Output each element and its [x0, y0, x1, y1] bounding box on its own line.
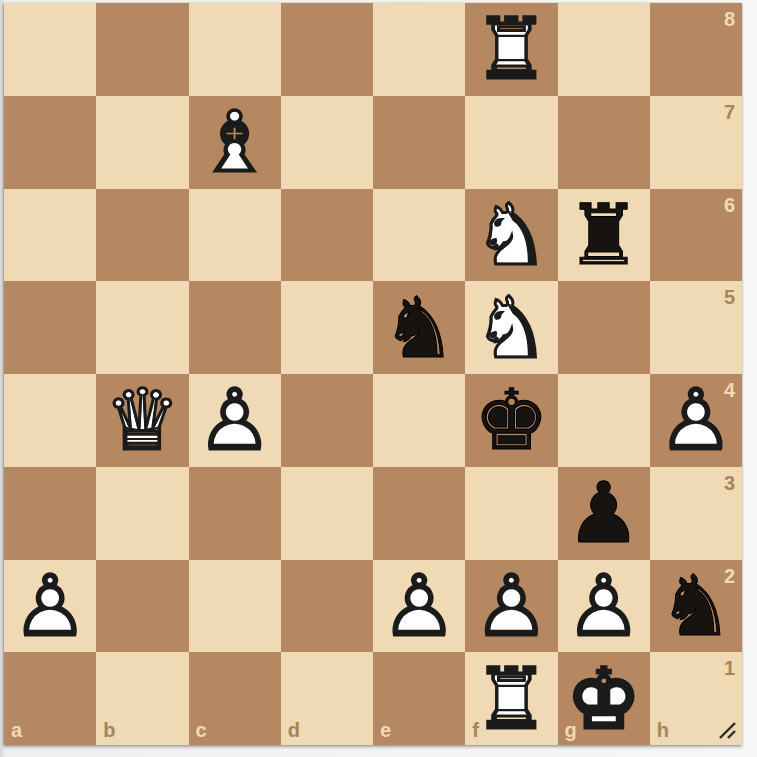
white-pawn-glyph: ♙ — [650, 374, 742, 466]
rank-label-8: 8 — [724, 9, 735, 29]
square-h3[interactable]: 3 — [650, 467, 742, 560]
white-pawn[interactable]: ♟♙ — [189, 374, 281, 466]
board-resize-handle-icon[interactable] — [717, 720, 737, 740]
square-b1[interactable]: b — [96, 652, 188, 745]
black-knight-glyph: ♞ — [373, 282, 465, 374]
square-f8[interactable]: ♜♖ — [465, 3, 557, 96]
square-d5[interactable] — [281, 281, 373, 374]
square-c3[interactable] — [189, 467, 281, 560]
square-h7[interactable]: 7 — [650, 96, 742, 189]
square-b2[interactable] — [96, 560, 188, 653]
white-queen-glyph: ♕ — [96, 374, 188, 466]
square-a7[interactable] — [4, 96, 96, 189]
white-king[interactable]: ♚♔ — [558, 653, 650, 745]
file-label-h: h — [657, 720, 669, 740]
square-a1[interactable]: a — [4, 652, 96, 745]
square-g6[interactable]: ♜ — [558, 189, 650, 282]
white-rook[interactable]: ♜♖ — [465, 3, 557, 95]
white-pawn[interactable]: ♟♙ — [465, 560, 557, 652]
white-queen[interactable]: ♛♕ — [96, 374, 188, 466]
chess-board: ♜♖8♝♗7♞♘♜6♞♞♘5♛♕♟♙♚4♟♙♟3♟♙♟♙♟♙♟♙2♞abcdef… — [4, 3, 742, 745]
square-a5[interactable] — [4, 281, 96, 374]
square-d6[interactable] — [281, 189, 373, 282]
square-d1[interactable]: d — [281, 652, 373, 745]
black-king[interactable]: ♚ — [465, 374, 557, 466]
square-c2[interactable] — [189, 560, 281, 653]
square-f1[interactable]: f♜♖ — [465, 652, 557, 745]
square-a8[interactable] — [4, 3, 96, 96]
square-h2[interactable]: 2♞ — [650, 560, 742, 653]
black-rook-glyph: ♜ — [558, 189, 650, 281]
square-a6[interactable] — [4, 189, 96, 282]
white-pawn[interactable]: ♟♙ — [650, 374, 742, 466]
square-h6[interactable]: 6 — [650, 189, 742, 282]
file-label-e: e — [380, 720, 391, 740]
square-g1[interactable]: g♚♔ — [558, 652, 650, 745]
file-label-c: c — [196, 720, 207, 740]
rank-label-3: 3 — [724, 473, 735, 493]
square-g3[interactable]: ♟ — [558, 467, 650, 560]
white-knight-glyph: ♘ — [465, 189, 557, 281]
square-b6[interactable] — [96, 189, 188, 282]
square-e4[interactable] — [373, 374, 465, 467]
white-bishop-glyph: ♗ — [189, 96, 281, 188]
rank-label-5: 5 — [724, 287, 735, 307]
square-b5[interactable] — [96, 281, 188, 374]
black-pawn-glyph: ♟ — [558, 467, 650, 559]
white-knight-glyph: ♘ — [465, 282, 557, 374]
square-c8[interactable] — [189, 3, 281, 96]
square-e6[interactable] — [373, 189, 465, 282]
square-h1[interactable]: 1h — [650, 652, 742, 745]
white-bishop[interactable]: ♝♗ — [189, 96, 281, 188]
square-d7[interactable] — [281, 96, 373, 189]
square-e8[interactable] — [373, 3, 465, 96]
square-b8[interactable] — [96, 3, 188, 96]
square-d3[interactable] — [281, 467, 373, 560]
square-f2[interactable]: ♟♙ — [465, 560, 557, 653]
rank-label-6: 6 — [724, 195, 735, 215]
square-a3[interactable] — [4, 467, 96, 560]
square-g2[interactable]: ♟♙ — [558, 560, 650, 653]
square-a4[interactable] — [4, 374, 96, 467]
black-rook[interactable]: ♜ — [558, 189, 650, 281]
white-knight[interactable]: ♞♘ — [465, 189, 557, 281]
square-g4[interactable] — [558, 374, 650, 467]
square-g5[interactable] — [558, 281, 650, 374]
square-f3[interactable] — [465, 467, 557, 560]
white-pawn-glyph: ♙ — [465, 560, 557, 652]
square-e3[interactable] — [373, 467, 465, 560]
square-f5[interactable]: ♞♘ — [465, 281, 557, 374]
square-f6[interactable]: ♞♘ — [465, 189, 557, 282]
black-knight[interactable]: ♞ — [650, 560, 742, 652]
square-d2[interactable] — [281, 560, 373, 653]
square-h5[interactable]: 5 — [650, 281, 742, 374]
square-c4[interactable]: ♟♙ — [189, 374, 281, 467]
white-pawn-glyph: ♙ — [373, 560, 465, 652]
rank-label-1: 1 — [724, 658, 735, 678]
square-e5[interactable]: ♞ — [373, 281, 465, 374]
black-knight[interactable]: ♞ — [373, 282, 465, 374]
square-f7[interactable] — [465, 96, 557, 189]
white-rook[interactable]: ♜♖ — [465, 653, 557, 745]
square-g7[interactable] — [558, 96, 650, 189]
square-e7[interactable] — [373, 96, 465, 189]
square-c1[interactable]: c — [189, 652, 281, 745]
square-c5[interactable] — [189, 281, 281, 374]
white-pawn-glyph: ♙ — [189, 374, 281, 466]
file-label-a: a — [11, 720, 22, 740]
square-a2[interactable]: ♟♙ — [4, 560, 96, 653]
square-d4[interactable] — [281, 374, 373, 467]
white-pawn[interactable]: ♟♙ — [4, 560, 96, 652]
white-pawn-glyph: ♙ — [558, 560, 650, 652]
square-b7[interactable] — [96, 96, 188, 189]
file-label-d: d — [288, 720, 300, 740]
white-pawn[interactable]: ♟♙ — [373, 560, 465, 652]
square-e1[interactable]: e — [373, 652, 465, 745]
square-c7[interactable]: ♝♗ — [189, 96, 281, 189]
square-f4[interactable]: ♚ — [465, 374, 557, 467]
square-h4[interactable]: 4♟♙ — [650, 374, 742, 467]
black-pawn[interactable]: ♟ — [558, 467, 650, 559]
square-c6[interactable] — [189, 189, 281, 282]
square-d8[interactable] — [281, 3, 373, 96]
black-knight-glyph: ♞ — [650, 560, 742, 652]
white-pawn[interactable]: ♟♙ — [558, 560, 650, 652]
white-king-glyph: ♔ — [558, 653, 650, 745]
file-label-b: b — [103, 720, 115, 740]
square-b3[interactable] — [96, 467, 188, 560]
square-b4[interactable]: ♛♕ — [96, 374, 188, 467]
white-rook-glyph: ♖ — [465, 3, 557, 95]
rank-label-7: 7 — [724, 102, 735, 122]
white-pawn-glyph: ♙ — [4, 560, 96, 652]
white-rook-glyph: ♖ — [465, 653, 557, 745]
square-h8[interactable]: 8 — [650, 3, 742, 96]
square-e2[interactable]: ♟♙ — [373, 560, 465, 653]
black-king-glyph: ♚ — [465, 374, 557, 466]
square-g8[interactable] — [558, 3, 650, 96]
white-knight[interactable]: ♞♘ — [465, 282, 557, 374]
